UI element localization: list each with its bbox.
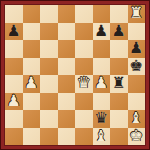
black-pawn[interactable]: ♟	[7, 22, 21, 40]
square-f1[interactable]: ♝	[93, 128, 111, 146]
square-g4[interactable]: ♜	[110, 75, 128, 93]
square-b1[interactable]	[23, 128, 41, 146]
chess-board: ♜♟♟♟♟♚♟♛♟♜♟♛♝♝♚	[5, 5, 145, 145]
white-king[interactable]: ♚	[129, 127, 143, 145]
square-h1[interactable]: ♚	[128, 128, 146, 146]
square-h2[interactable]: ♝	[128, 110, 146, 128]
square-c1[interactable]	[40, 128, 58, 146]
square-g1[interactable]	[110, 128, 128, 146]
square-f5[interactable]	[93, 58, 111, 76]
square-a2[interactable]	[5, 110, 23, 128]
square-e7[interactable]	[75, 23, 93, 41]
square-c7[interactable]	[40, 23, 58, 41]
black-pawn[interactable]: ♟	[112, 22, 126, 40]
square-a6[interactable]	[5, 40, 23, 58]
white-pawn[interactable]: ♟	[94, 75, 108, 93]
square-b4[interactable]: ♟	[23, 75, 41, 93]
square-f3[interactable]	[93, 93, 111, 111]
square-g8[interactable]	[110, 5, 128, 23]
square-g3[interactable]	[110, 93, 128, 111]
square-c5[interactable]	[40, 58, 58, 76]
white-bishop[interactable]: ♝	[129, 110, 143, 128]
square-e2[interactable]	[75, 110, 93, 128]
square-e3[interactable]	[75, 93, 93, 111]
square-d3[interactable]	[58, 93, 76, 111]
square-d5[interactable]	[58, 58, 76, 76]
square-g2[interactable]	[110, 110, 128, 128]
square-a4[interactable]	[5, 75, 23, 93]
square-b6[interactable]	[23, 40, 41, 58]
square-e4[interactable]: ♛	[75, 75, 93, 93]
square-g7[interactable]: ♟	[110, 23, 128, 41]
square-f6[interactable]	[93, 40, 111, 58]
square-h6[interactable]: ♟	[128, 40, 146, 58]
square-a7[interactable]: ♟	[5, 23, 23, 41]
black-pawn[interactable]: ♟	[129, 40, 143, 58]
square-d8[interactable]	[58, 5, 76, 23]
black-king[interactable]: ♚	[129, 57, 143, 75]
square-f2[interactable]: ♛	[93, 110, 111, 128]
square-d2[interactable]	[58, 110, 76, 128]
square-g5[interactable]	[110, 58, 128, 76]
square-c6[interactable]	[40, 40, 58, 58]
square-d4[interactable]	[58, 75, 76, 93]
square-c4[interactable]	[40, 75, 58, 93]
square-e5[interactable]	[75, 58, 93, 76]
square-h8[interactable]: ♜	[128, 5, 146, 23]
square-h4[interactable]	[128, 75, 146, 93]
square-f4[interactable]: ♟	[93, 75, 111, 93]
square-b3[interactable]	[23, 93, 41, 111]
square-e1[interactable]	[75, 128, 93, 146]
black-rook[interactable]: ♜	[112, 75, 126, 93]
black-queen[interactable]: ♛	[94, 110, 108, 128]
white-pawn[interactable]: ♟	[7, 92, 21, 110]
square-e8[interactable]	[75, 5, 93, 23]
square-h7[interactable]	[128, 23, 146, 41]
white-queen[interactable]: ♛	[77, 75, 91, 93]
square-h5[interactable]: ♚	[128, 58, 146, 76]
white-pawn[interactable]: ♟	[24, 75, 38, 93]
square-a3[interactable]: ♟	[5, 93, 23, 111]
square-c3[interactable]	[40, 93, 58, 111]
square-b8[interactable]	[23, 5, 41, 23]
square-d6[interactable]	[58, 40, 76, 58]
white-rook[interactable]: ♜	[129, 5, 143, 23]
square-b5[interactable]	[23, 58, 41, 76]
square-a5[interactable]	[5, 58, 23, 76]
square-e6[interactable]	[75, 40, 93, 58]
square-g6[interactable]	[110, 40, 128, 58]
white-bishop[interactable]: ♝	[94, 127, 108, 145]
square-a8[interactable]	[5, 5, 23, 23]
square-c2[interactable]	[40, 110, 58, 128]
square-f7[interactable]: ♟	[93, 23, 111, 41]
chess-board-frame: ♜♟♟♟♟♚♟♛♟♜♟♛♝♝♚	[0, 0, 150, 150]
square-b2[interactable]	[23, 110, 41, 128]
square-a1[interactable]	[5, 128, 23, 146]
square-f8[interactable]	[93, 5, 111, 23]
square-d7[interactable]	[58, 23, 76, 41]
square-b7[interactable]	[23, 23, 41, 41]
square-d1[interactable]	[58, 128, 76, 146]
square-c8[interactable]	[40, 5, 58, 23]
square-h3[interactable]	[128, 93, 146, 111]
black-pawn[interactable]: ♟	[94, 22, 108, 40]
